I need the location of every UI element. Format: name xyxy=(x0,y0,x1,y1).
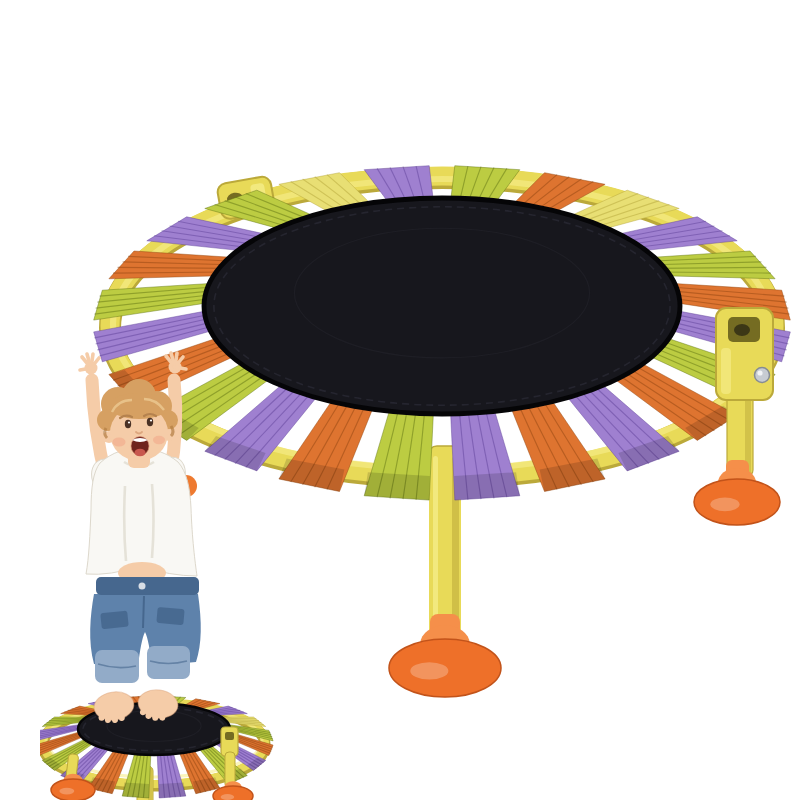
suction-foot-right xyxy=(694,468,780,525)
suction-foot-front xyxy=(389,625,501,697)
left-eye xyxy=(125,420,131,428)
inset-foot-right xyxy=(213,781,253,800)
right-eye xyxy=(147,418,153,426)
elastic-band-green xyxy=(364,406,433,500)
product-photo xyxy=(40,16,800,800)
scene-illustration xyxy=(40,16,800,800)
jeans-button xyxy=(139,583,146,590)
hinge-bolt xyxy=(755,368,770,383)
elastic-band-purple xyxy=(450,406,519,500)
blush-right xyxy=(153,436,165,444)
pocket-left xyxy=(100,611,129,630)
left-hand xyxy=(80,354,99,375)
jump-mat xyxy=(204,198,680,414)
blush-left xyxy=(113,438,126,447)
waistband xyxy=(96,577,199,595)
open-mouth xyxy=(131,437,149,457)
pocket-right xyxy=(156,607,184,625)
jeans xyxy=(90,577,201,683)
